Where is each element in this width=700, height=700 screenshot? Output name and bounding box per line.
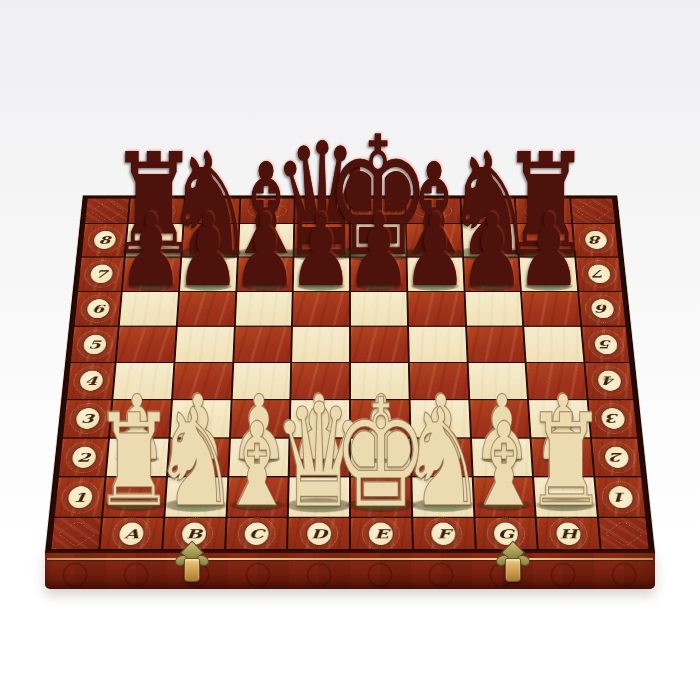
square-d3 [291, 400, 349, 437]
square-f3 [410, 400, 469, 437]
square-c8 [238, 224, 293, 256]
square-f1 [412, 478, 473, 517]
square-d6 [293, 292, 349, 326]
square-h6 [522, 292, 580, 326]
file-label-e: E [368, 522, 394, 546]
square-a2 [107, 438, 169, 476]
frame-cell-rank-right: 5 [582, 327, 629, 362]
square-b6 [178, 292, 235, 326]
square-h8 [518, 224, 575, 256]
square-b7 [180, 257, 237, 290]
rank-label-left-5: 5 [81, 334, 107, 355]
square-e7 [351, 257, 406, 290]
scroll-ornament-icon [524, 204, 563, 218]
square-c5 [234, 327, 291, 362]
corner-ornament-icon [90, 201, 125, 221]
scroll-ornament-icon [359, 204, 397, 218]
square-d1 [289, 478, 349, 517]
folding-box-front-edge [45, 551, 655, 589]
square-g7 [464, 257, 521, 290]
square-e1 [351, 478, 411, 517]
rank-label-right-2: 2 [603, 446, 630, 469]
square-g1 [473, 478, 535, 517]
square-f8 [406, 224, 461, 256]
square-c7 [237, 257, 293, 290]
frame-cell-rank-left: 7 [78, 257, 124, 290]
square-d5 [292, 327, 349, 362]
rank-label-left-2: 2 [70, 446, 97, 469]
frame-cell-rank-right: 2 [592, 438, 641, 476]
square-g8 [462, 224, 518, 256]
rank-label-left-1: 1 [66, 485, 94, 508]
corner-ornament-icon [57, 520, 96, 546]
frame-ornament-top [461, 199, 516, 223]
frame-cell-rank-right: 8 [573, 224, 618, 256]
square-h7 [520, 257, 577, 290]
square-g6 [465, 292, 522, 326]
frame-ornament-top [184, 199, 239, 223]
chess-set-product-photo: 8877665544332211ABCDEFGH ♜♞♝♛♚♝♞♜♟♟♟♟♟♟♟… [0, 0, 700, 700]
frame-cell-file: A [100, 518, 163, 549]
square-e6 [351, 292, 407, 326]
file-label-d: D [306, 522, 332, 546]
brass-clasp-right [499, 543, 527, 587]
square-a5 [117, 327, 176, 362]
square-f5 [409, 327, 466, 362]
corner-ornament-icon [604, 520, 643, 546]
square-c2 [229, 438, 289, 476]
square-e4 [351, 363, 409, 399]
scroll-ornament-icon [469, 204, 508, 218]
frame-cell-rank-right: 3 [589, 400, 637, 437]
square-b4 [173, 363, 232, 399]
frame-corner [85, 199, 129, 223]
square-b5 [175, 327, 233, 362]
square-a4 [113, 363, 173, 399]
frame-cell-file: D [288, 518, 349, 549]
scroll-ornament-icon [303, 204, 341, 218]
file-label-c: C [243, 522, 270, 546]
square-b3 [170, 400, 230, 437]
chessboard-grid: 8877665544332211ABCDEFGH [45, 195, 655, 553]
scroll-ornament-icon [414, 204, 453, 218]
square-h5 [524, 327, 583, 362]
rank-label-right-5: 5 [593, 334, 619, 355]
square-h2 [532, 438, 594, 476]
square-b1 [165, 478, 227, 517]
square-c4 [232, 363, 290, 399]
frame-cell-rank-left: 5 [71, 327, 118, 362]
frame-corner [599, 518, 649, 549]
square-h3 [529, 400, 590, 437]
scroll-ornament-icon [192, 204, 231, 218]
rank-label-right-6: 6 [589, 299, 615, 319]
square-c1 [227, 478, 288, 517]
frame-cell-rank-left: 1 [55, 478, 105, 517]
frame-cell-rank-right: 7 [576, 257, 622, 290]
rank-label-left-4: 4 [78, 370, 104, 391]
frame-ornament-top [129, 199, 184, 223]
square-h4 [527, 363, 587, 399]
frame-cell-rank-left: 8 [82, 224, 127, 256]
frame-cell-rank-right: 4 [585, 363, 633, 399]
corner-ornament-icon [575, 201, 610, 221]
rank-label-right-7: 7 [586, 264, 611, 284]
rank-label-right-1: 1 [606, 485, 634, 508]
square-f2 [411, 438, 471, 476]
file-label-g: G [492, 522, 519, 546]
scroll-ornament-icon [137, 204, 176, 218]
frame-cell-rank-left: 2 [59, 438, 108, 476]
frame-cell-file: H [537, 518, 600, 549]
frame-ornament-top [295, 199, 349, 223]
rank-label-right-3: 3 [599, 408, 626, 430]
square-h1 [534, 478, 597, 517]
square-b8 [182, 224, 238, 256]
frame-cell-rank-right: 1 [595, 478, 645, 517]
frame-corner [51, 518, 101, 549]
clasp-hasp-icon [184, 558, 200, 582]
square-d8 [295, 224, 350, 256]
square-c6 [235, 292, 292, 326]
scroll-ornament-icon [248, 204, 287, 218]
frame-cell-file: C [226, 518, 287, 549]
rank-label-right-8: 8 [583, 231, 608, 250]
frame-cell-rank-left: 3 [63, 400, 111, 437]
clasp-hasp-icon [505, 558, 521, 582]
frame-ornament-top [516, 199, 571, 223]
square-d2 [290, 438, 349, 476]
square-a7 [123, 257, 180, 290]
square-a3 [110, 400, 171, 437]
frame-ornament-top [351, 199, 405, 223]
frame-cell-rank-left: 4 [67, 363, 115, 399]
square-f4 [410, 363, 468, 399]
rank-label-left-7: 7 [88, 264, 113, 284]
file-label-f: F [430, 522, 457, 546]
square-c3 [231, 400, 290, 437]
rank-label-right-4: 4 [596, 370, 622, 391]
frame-cell-rank-left: 6 [75, 292, 121, 326]
square-f7 [407, 257, 463, 290]
file-label-a: A [118, 522, 146, 546]
file-label-h: H [554, 522, 582, 546]
frame-ornament-top [406, 199, 460, 223]
square-b2 [168, 438, 229, 476]
square-g4 [468, 363, 527, 399]
frame-cell-rank-right: 6 [579, 292, 625, 326]
square-e5 [351, 327, 408, 362]
square-g5 [467, 327, 525, 362]
square-d7 [294, 257, 349, 290]
square-a1 [103, 478, 166, 517]
square-e3 [351, 400, 409, 437]
square-e8 [351, 224, 406, 256]
square-f6 [408, 292, 465, 326]
chessboard-top-surface: 8877665544332211ABCDEFGH [45, 195, 655, 553]
square-g3 [470, 400, 530, 437]
frame-cell-file: F [413, 518, 474, 549]
square-e2 [351, 438, 410, 476]
frame-corner [571, 199, 615, 223]
rank-label-left-8: 8 [92, 231, 117, 250]
square-g2 [471, 438, 532, 476]
brass-clasp-left [178, 543, 206, 587]
frame-ornament-top [240, 199, 294, 223]
square-d4 [292, 363, 350, 399]
rank-label-left-6: 6 [85, 299, 111, 319]
frame-cell-file: E [351, 518, 412, 549]
square-a8 [126, 224, 183, 256]
square-a6 [120, 292, 178, 326]
rank-label-left-3: 3 [74, 408, 101, 430]
